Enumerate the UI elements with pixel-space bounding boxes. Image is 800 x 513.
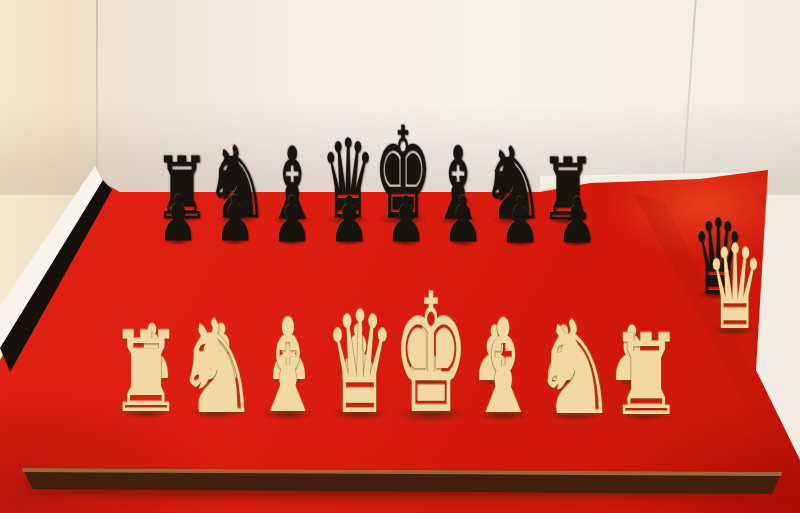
piece-glyph: ♟: [272, 189, 311, 252]
piece-glyph: ♟: [558, 190, 597, 253]
piece-glyph: ♛: [706, 230, 764, 346]
piece-glyph: ♟: [386, 189, 425, 252]
piece-glyph: ♜: [109, 318, 183, 429]
piece-glyph: ♟: [443, 189, 482, 252]
photo-scene: ABCDEFGHABCDEFGH1234567812345678 ♜♞♝♛♚♝♞…: [0, 0, 800, 513]
piece-glyph: ♟: [215, 188, 254, 250]
piece-glyph: ♟: [500, 190, 539, 253]
piece-glyph: ♞: [532, 304, 618, 433]
piece-glyph: ♞: [174, 302, 260, 431]
pieces-layer: ♜♞♝♛♚♝♞♜♟♟♟♟♟♟♟♟♟♟♟♟♟♟♟♟♜♞♝♛♚♝♞♜♛♛: [0, 0, 800, 513]
piece-glyph: ♜: [609, 320, 683, 432]
piece-glyph: ♛: [324, 292, 395, 433]
piece-glyph: ♚: [393, 273, 469, 437]
piece-glyph: ♝: [255, 303, 322, 432]
piece-glyph: ♟: [329, 189, 368, 252]
piece-glyph: ♝: [469, 303, 536, 432]
piece-glyph: ♟: [158, 188, 197, 250]
